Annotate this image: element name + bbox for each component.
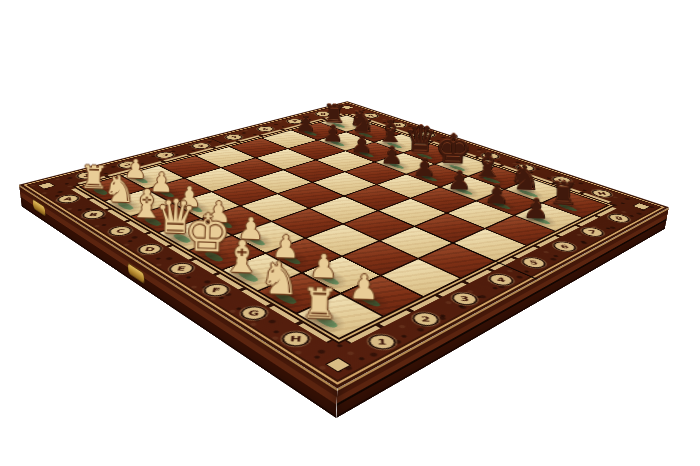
file-label-b: B (391, 122, 405, 127)
brass-clasp-icon (128, 264, 144, 284)
corner-inlay (39, 183, 55, 189)
rank-label-3: 3 (156, 152, 175, 158)
file-label-h: H (283, 332, 308, 346)
rank-label-7: 7 (287, 119, 302, 124)
rank-label-8: 8 (607, 214, 629, 222)
file-label-d: D (138, 244, 162, 253)
file-label-g: G (242, 307, 267, 319)
piece-black-pawn[interactable]: ♟ (513, 194, 561, 223)
rank-label-6: 6 (257, 126, 272, 131)
rank-label-6: 6 (553, 242, 576, 251)
rank-label-1: 1 (370, 335, 394, 349)
file-label-c: C (109, 227, 133, 236)
file-label-h: H (592, 190, 613, 197)
rank-label-5: 5 (522, 258, 545, 268)
chess-board: ABCDEFGH ABCDEFGH 87654321 87654321 ♜♞♝♛… (19, 101, 669, 388)
file-label-e: E (170, 263, 194, 273)
corner-inlay (327, 358, 350, 371)
rank-label-2: 2 (413, 313, 437, 325)
file-label-b: B (82, 210, 105, 218)
brass-clasp-icon (33, 199, 46, 215)
rank-label-5: 5 (225, 134, 241, 139)
file-label-a: A (57, 195, 80, 203)
corner-inlay (634, 203, 650, 209)
file-label-f: F (204, 284, 229, 295)
rank-label-4: 4 (192, 143, 209, 149)
rank-label-7: 7 (581, 228, 604, 236)
rank-label-4: 4 (489, 274, 513, 285)
playing-field: ♜♞♝♛♚♝♞♜♟♟♟♟♟♟♟♟♟♟♟♟♟♟♟♟♜♞♝♛♚♝♞♜ (75, 114, 612, 342)
piece-white-rook[interactable]: ♜ (289, 282, 351, 326)
rank-label-3: 3 (453, 293, 477, 304)
